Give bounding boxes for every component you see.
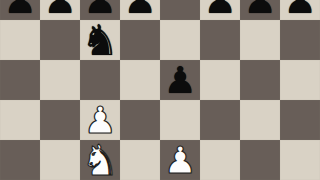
square-h6[interactable] [280, 20, 320, 60]
square-b6[interactable] [40, 20, 80, 60]
square-e5[interactable]: ♟ [160, 60, 200, 100]
square-c5[interactable] [80, 60, 120, 100]
piece-black-pawn-a7[interactable]: ♟ [0, 0, 40, 21]
square-g6[interactable] [240, 20, 280, 60]
square-b3[interactable] [40, 140, 80, 180]
square-d4[interactable] [120, 100, 160, 140]
square-f4[interactable] [200, 100, 240, 140]
square-g3[interactable] [240, 140, 280, 180]
piece-black-pawn-g7[interactable]: ♟ [240, 0, 280, 21]
square-d6[interactable] [120, 20, 160, 60]
square-h5[interactable] [280, 60, 320, 100]
piece-black-knight-c6[interactable]: ♞ [80, 21, 120, 61]
piece-white-knight-c3[interactable]: ♞ [80, 141, 120, 180]
piece-black-pawn-h7[interactable]: ♟ [280, 0, 320, 21]
piece-black-pawn-f7[interactable]: ♟ [200, 0, 240, 21]
square-e7[interactable] [160, 0, 200, 20]
square-f7[interactable]: ♟ [200, 0, 240, 20]
square-g5[interactable] [240, 60, 280, 100]
square-d5[interactable] [120, 60, 160, 100]
square-a5[interactable] [0, 60, 40, 100]
square-a6[interactable] [0, 20, 40, 60]
piece-black-pawn-d7[interactable]: ♟ [120, 0, 160, 21]
chess-board-viewport: ♟♟♟♟♟♟♟♞♟♟♞♟ [0, 0, 320, 180]
square-e3[interactable]: ♟ [160, 140, 200, 180]
piece-white-pawn-e3[interactable]: ♟ [160, 141, 200, 180]
piece-white-pawn-c4[interactable]: ♟ [80, 101, 120, 141]
square-e4[interactable] [160, 100, 200, 140]
piece-black-pawn-b7[interactable]: ♟ [40, 0, 80, 21]
chess-board: ♟♟♟♟♟♟♟♞♟♟♞♟ [0, 0, 320, 180]
square-g7[interactable]: ♟ [240, 0, 280, 20]
square-f3[interactable] [200, 140, 240, 180]
square-a4[interactable] [0, 100, 40, 140]
square-f6[interactable] [200, 20, 240, 60]
square-h3[interactable] [280, 140, 320, 180]
square-c3[interactable]: ♞ [80, 140, 120, 180]
square-d3[interactable] [120, 140, 160, 180]
square-f5[interactable] [200, 60, 240, 100]
square-h4[interactable] [280, 100, 320, 140]
square-a3[interactable] [0, 140, 40, 180]
square-h7[interactable]: ♟ [280, 0, 320, 20]
square-d7[interactable]: ♟ [120, 0, 160, 20]
square-b7[interactable]: ♟ [40, 0, 80, 20]
square-e6[interactable] [160, 20, 200, 60]
square-a7[interactable]: ♟ [0, 0, 40, 20]
square-b5[interactable] [40, 60, 80, 100]
square-c4[interactable]: ♟ [80, 100, 120, 140]
square-g4[interactable] [240, 100, 280, 140]
square-c6[interactable]: ♞ [80, 20, 120, 60]
piece-black-pawn-e5[interactable]: ♟ [160, 61, 200, 101]
square-b4[interactable] [40, 100, 80, 140]
